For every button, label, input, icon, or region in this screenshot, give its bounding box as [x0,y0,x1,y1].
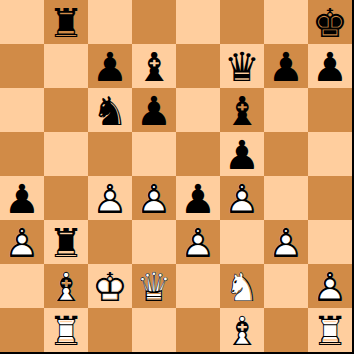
square-f8[interactable] [220,0,264,44]
black-piece-fill: ♟ [264,44,308,88]
piece-black-rook-b3[interactable]: ♜ [44,220,88,264]
black-piece-fill: ♟ [220,132,264,176]
square-e1[interactable] [176,308,220,352]
square-g2[interactable] [264,264,308,308]
square-e2[interactable] [176,264,220,308]
piece-black-pawn-e4[interactable]: ♟ [176,176,220,220]
square-b1[interactable]: ♜♖ [44,308,88,352]
black-piece-fill: ♝ [220,88,264,132]
square-c4[interactable]: ♟♙ [88,176,132,220]
black-piece-fill: ♟ [308,44,352,88]
square-e5[interactable] [176,132,220,176]
square-h1[interactable]: ♜♖ [308,308,352,352]
square-h6[interactable] [308,88,352,132]
square-e7[interactable] [176,44,220,88]
square-b7[interactable] [44,44,88,88]
chess-board: ♜♚♟♝♛♟♟♞♟♝♟♟♟♙♟♙♟♟♙♟♙♜♟♙♟♙♝♗♚♔♛♕♞♘♟♙♜♖♝♗… [0,0,354,354]
piece-white-pawn-e3[interactable]: ♟♙ [176,220,220,264]
piece-white-queen-d2[interactable]: ♛♕ [132,264,176,308]
piece-white-bishop-f1[interactable]: ♝♗ [220,308,264,352]
square-h8[interactable]: ♚ [308,0,352,44]
square-g4[interactable] [264,176,308,220]
board-grid: ♜♚♟♝♛♟♟♞♟♝♟♟♟♙♟♙♟♟♙♟♙♜♟♙♟♙♝♗♚♔♛♕♞♘♟♙♜♖♝♗… [0,0,352,352]
piece-black-pawn-h7[interactable]: ♟ [308,44,352,88]
black-piece-fill: ♚ [308,0,352,44]
square-b2[interactable]: ♝♗ [44,264,88,308]
square-c1[interactable] [88,308,132,352]
square-b4[interactable] [44,176,88,220]
square-a3[interactable]: ♟♙ [0,220,44,264]
white-piece-outline: ♙ [264,220,308,264]
square-f6[interactable]: ♝ [220,88,264,132]
piece-black-bishop-f6[interactable]: ♝ [220,88,264,132]
square-a7[interactable] [0,44,44,88]
square-f3[interactable] [220,220,264,264]
white-piece-outline: ♙ [88,176,132,220]
white-piece-outline: ♖ [308,308,352,352]
square-g1[interactable] [264,308,308,352]
piece-white-knight-f2[interactable]: ♞♘ [220,264,264,308]
square-d7[interactable]: ♝ [132,44,176,88]
square-g3[interactable]: ♟♙ [264,220,308,264]
white-piece-outline: ♖ [44,308,88,352]
square-d1[interactable] [132,308,176,352]
piece-white-king-c2[interactable]: ♚♔ [88,264,132,308]
white-piece-outline: ♗ [220,308,264,352]
square-e3[interactable]: ♟♙ [176,220,220,264]
white-piece-outline: ♙ [176,220,220,264]
square-c6[interactable]: ♞ [88,88,132,132]
square-f4[interactable]: ♟♙ [220,176,264,220]
piece-black-pawn-d6[interactable]: ♟ [132,88,176,132]
piece-black-pawn-c7[interactable]: ♟ [88,44,132,88]
square-d6[interactable]: ♟ [132,88,176,132]
black-piece-fill: ♟ [88,44,132,88]
square-e8[interactable] [176,0,220,44]
piece-white-pawn-g3[interactable]: ♟♙ [264,220,308,264]
piece-black-bishop-d7[interactable]: ♝ [132,44,176,88]
piece-black-pawn-f5[interactable]: ♟ [220,132,264,176]
square-d4[interactable]: ♟♙ [132,176,176,220]
white-piece-outline: ♙ [0,220,44,264]
square-e6[interactable] [176,88,220,132]
square-c7[interactable]: ♟ [88,44,132,88]
square-c8[interactable] [88,0,132,44]
white-piece-outline: ♘ [220,264,264,308]
piece-black-pawn-a4[interactable]: ♟ [0,176,44,220]
square-f2[interactable]: ♞♘ [220,264,264,308]
square-a4[interactable]: ♟ [0,176,44,220]
square-g7[interactable]: ♟ [264,44,308,88]
piece-black-knight-c6[interactable]: ♞ [88,88,132,132]
square-c2[interactable]: ♚♔ [88,264,132,308]
piece-white-rook-h1[interactable]: ♜♖ [308,308,352,352]
square-b8[interactable]: ♜ [44,0,88,44]
square-f1[interactable]: ♝♗ [220,308,264,352]
square-g6[interactable] [264,88,308,132]
square-e4[interactable]: ♟ [176,176,220,220]
white-piece-outline: ♙ [220,176,264,220]
piece-white-pawn-c4[interactable]: ♟♙ [88,176,132,220]
white-piece-outline: ♙ [132,176,176,220]
square-a1[interactable] [0,308,44,352]
black-piece-fill: ♟ [132,88,176,132]
black-piece-fill: ♛ [220,44,264,88]
white-piece-outline: ♕ [132,264,176,308]
piece-white-bishop-b2[interactable]: ♝♗ [44,264,88,308]
square-d8[interactable] [132,0,176,44]
black-piece-fill: ♞ [88,88,132,132]
square-g8[interactable] [264,0,308,44]
square-c5[interactable] [88,132,132,176]
black-piece-fill: ♜ [44,220,88,264]
square-d5[interactable] [132,132,176,176]
piece-black-rook-b8[interactable]: ♜ [44,0,88,44]
piece-black-queen-f7[interactable]: ♛ [220,44,264,88]
piece-white-pawn-f4[interactable]: ♟♙ [220,176,264,220]
piece-black-pawn-g7[interactable]: ♟ [264,44,308,88]
white-piece-outline: ♙ [308,264,352,308]
square-a2[interactable] [0,264,44,308]
square-h2[interactable]: ♟♙ [308,264,352,308]
square-d2[interactable]: ♛♕ [132,264,176,308]
square-b3[interactable]: ♜ [44,220,88,264]
square-a6[interactable] [0,88,44,132]
black-piece-fill: ♜ [44,0,88,44]
square-h5[interactable] [308,132,352,176]
black-piece-fill: ♝ [132,44,176,88]
square-f5[interactable]: ♟ [220,132,264,176]
piece-black-king-h8[interactable]: ♚ [308,0,352,44]
piece-white-rook-b1[interactable]: ♜♖ [44,308,88,352]
square-d3[interactable] [132,220,176,264]
square-h4[interactable] [308,176,352,220]
black-piece-fill: ♟ [0,176,44,220]
piece-white-pawn-d4[interactable]: ♟♙ [132,176,176,220]
square-c3[interactable] [88,220,132,264]
white-piece-outline: ♗ [44,264,88,308]
square-a8[interactable] [0,0,44,44]
square-g5[interactable] [264,132,308,176]
square-f7[interactable]: ♛ [220,44,264,88]
square-h7[interactable]: ♟ [308,44,352,88]
piece-white-pawn-h2[interactable]: ♟♙ [308,264,352,308]
piece-white-pawn-a3[interactable]: ♟♙ [0,220,44,264]
square-a5[interactable] [0,132,44,176]
square-b6[interactable] [44,88,88,132]
square-h3[interactable] [308,220,352,264]
square-b5[interactable] [44,132,88,176]
black-piece-fill: ♟ [176,176,220,220]
white-piece-outline: ♔ [88,264,132,308]
